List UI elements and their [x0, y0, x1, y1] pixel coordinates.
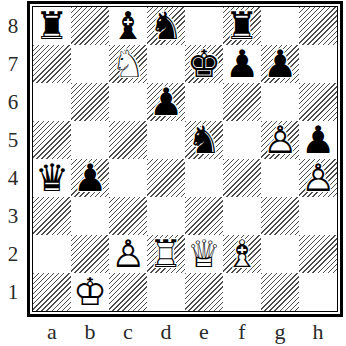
piece-black-pawn: ♟: [261, 45, 299, 83]
rank-label-2: 2: [0, 235, 26, 273]
square-h3: [299, 197, 337, 235]
square-g8: [261, 7, 299, 45]
piece-white-queen-fill: ♛: [185, 235, 223, 273]
square-d5: [147, 121, 185, 159]
piece-white-pawn-fill: ♟: [299, 159, 337, 197]
square-h4: ♟♙: [299, 159, 337, 197]
square-e4: [185, 159, 223, 197]
square-h7: [299, 45, 337, 83]
piece-black-pawn: ♟: [147, 83, 185, 121]
piece-black-rook: ♜: [223, 7, 261, 45]
file-label-f: f: [223, 317, 261, 346]
square-a1: [33, 273, 71, 311]
piece-black-rook: ♜: [33, 7, 71, 45]
square-g1: [261, 273, 299, 311]
file-label-c: c: [109, 317, 147, 346]
square-c1: [109, 273, 147, 311]
chess-board-border: ♜♝♞♜♞♘♚♟♟♟♞♟♙♟♛♟♟♙♟♙♜♖♛♕♝♗♚♔: [27, 1, 343, 317]
rank-label-4: 4: [0, 159, 26, 197]
file-label-h: h: [299, 317, 337, 346]
square-d3: [147, 197, 185, 235]
piece-white-rook: ♖: [147, 235, 185, 273]
square-f3: [223, 197, 261, 235]
chess-diagram: 8 7 6 5 4 3 2 1 ♜♝♞♜♞♘♚♟♟♟♞♟♙♟♛♟♟♙♟♙♜♖♛♕…: [0, 0, 346, 346]
piece-white-pawn-fill: ♟: [109, 235, 147, 273]
square-h6: [299, 83, 337, 121]
square-g5: ♟♙: [261, 121, 299, 159]
square-d4: [147, 159, 185, 197]
square-b2: [71, 235, 109, 273]
piece-white-knight: ♘: [109, 45, 147, 83]
piece-white-pawn: ♙: [299, 159, 337, 197]
square-f1: [223, 273, 261, 311]
square-f4: [223, 159, 261, 197]
piece-white-bishop: ♗: [223, 235, 261, 273]
rank-label-7: 7: [0, 45, 26, 83]
square-b4: ♟: [71, 159, 109, 197]
square-f6: [223, 83, 261, 121]
square-c2: ♟♙: [109, 235, 147, 273]
square-b7: [71, 45, 109, 83]
piece-white-king-fill: ♚: [71, 273, 109, 311]
piece-black-knight: ♞: [185, 121, 223, 159]
square-e6: [185, 83, 223, 121]
rank-label-6: 6: [0, 83, 26, 121]
piece-black-bishop: ♝: [109, 7, 147, 45]
piece-black-pawn: ♟: [71, 159, 109, 197]
square-c6: [109, 83, 147, 121]
square-h2: [299, 235, 337, 273]
piece-white-king: ♔: [71, 273, 109, 311]
square-a5: [33, 121, 71, 159]
square-a8: ♜: [33, 7, 71, 45]
square-a4: ♛: [33, 159, 71, 197]
square-h1: [299, 273, 337, 311]
square-c4: [109, 159, 147, 197]
square-g4: [261, 159, 299, 197]
piece-black-king: ♚: [185, 45, 223, 83]
file-label-g: g: [261, 317, 299, 346]
square-f7: ♟: [223, 45, 261, 83]
square-g3: [261, 197, 299, 235]
piece-white-knight-fill: ♞: [109, 45, 147, 83]
square-f5: [223, 121, 261, 159]
file-labels: a b c d e f g h: [33, 317, 337, 346]
piece-black-pawn: ♟: [299, 121, 337, 159]
rank-label-1: 1: [0, 273, 26, 311]
square-b6: [71, 83, 109, 121]
piece-black-pawn: ♟: [223, 45, 261, 83]
square-e3: [185, 197, 223, 235]
piece-white-pawn: ♙: [261, 121, 299, 159]
square-a2: [33, 235, 71, 273]
square-d2: ♜♖: [147, 235, 185, 273]
rank-label-5: 5: [0, 121, 26, 159]
square-c3: [109, 197, 147, 235]
square-h8: [299, 7, 337, 45]
square-b3: [71, 197, 109, 235]
file-label-b: b: [71, 317, 109, 346]
square-a3: [33, 197, 71, 235]
piece-white-bishop-fill: ♝: [223, 235, 261, 273]
piece-white-pawn-fill: ♟: [261, 121, 299, 159]
square-b1: ♚♔: [71, 273, 109, 311]
rank-labels: 8 7 6 5 4 3 2 1: [0, 7, 26, 311]
square-f2: ♝♗: [223, 235, 261, 273]
square-a7: [33, 45, 71, 83]
rank-label-8: 8: [0, 7, 26, 45]
square-b8: [71, 7, 109, 45]
file-label-a: a: [33, 317, 71, 346]
rank-label-3: 3: [0, 197, 26, 235]
square-g6: [261, 83, 299, 121]
square-d7: [147, 45, 185, 83]
square-d8: ♞: [147, 7, 185, 45]
file-label-d: d: [147, 317, 185, 346]
square-f8: ♜: [223, 7, 261, 45]
square-e5: ♞: [185, 121, 223, 159]
piece-white-queen: ♕: [185, 235, 223, 273]
square-d1: [147, 273, 185, 311]
square-b5: [71, 121, 109, 159]
square-c5: [109, 121, 147, 159]
square-d6: ♟: [147, 83, 185, 121]
piece-black-knight: ♞: [147, 7, 185, 45]
piece-black-queen: ♛: [33, 159, 71, 197]
square-h5: ♟: [299, 121, 337, 159]
piece-white-pawn: ♙: [109, 235, 147, 273]
square-a6: [33, 83, 71, 121]
square-c7: ♞♘: [109, 45, 147, 83]
square-g7: ♟: [261, 45, 299, 83]
square-c8: ♝: [109, 7, 147, 45]
square-e7: ♚: [185, 45, 223, 83]
square-g2: [261, 235, 299, 273]
board-grid: ♜♝♞♜♞♘♚♟♟♟♞♟♙♟♛♟♟♙♟♙♜♖♛♕♝♗♚♔: [33, 7, 337, 311]
square-e1: [185, 273, 223, 311]
chess-board: ♜♝♞♜♞♘♚♟♟♟♞♟♙♟♛♟♟♙♟♙♜♖♛♕♝♗♚♔: [32, 6, 338, 312]
square-e8: [185, 7, 223, 45]
square-e2: ♛♕: [185, 235, 223, 273]
piece-white-rook-fill: ♜: [147, 235, 185, 273]
file-label-e: e: [185, 317, 223, 346]
